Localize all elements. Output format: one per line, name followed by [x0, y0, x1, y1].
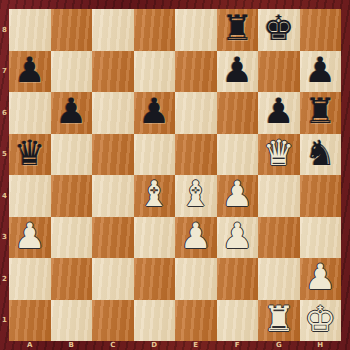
- file-label-f: F: [217, 340, 259, 350]
- square-d5[interactable]: [134, 134, 176, 176]
- square-g1[interactable]: ♜: [258, 300, 300, 342]
- square-c4[interactable]: [92, 175, 134, 217]
- square-d3[interactable]: [134, 217, 176, 259]
- square-a2[interactable]: [9, 258, 51, 300]
- square-h2[interactable]: ♟: [300, 258, 342, 300]
- square-a5[interactable]: ♛: [9, 134, 51, 176]
- square-h8[interactable]: [300, 9, 342, 51]
- square-a4[interactable]: [9, 175, 51, 217]
- square-h5[interactable]: ♞: [300, 134, 342, 176]
- square-d8[interactable]: [134, 9, 176, 51]
- rank-label-7: 7: [0, 51, 9, 93]
- square-a6[interactable]: [9, 92, 51, 134]
- file-label-h: H: [300, 340, 342, 350]
- square-d7[interactable]: [134, 51, 176, 93]
- square-h6[interactable]: ♜: [300, 92, 342, 134]
- square-h1[interactable]: ♚: [300, 300, 342, 342]
- black-queen[interactable]: ♛: [14, 136, 45, 171]
- square-f6[interactable]: [217, 92, 259, 134]
- square-e6[interactable]: [175, 92, 217, 134]
- square-g7[interactable]: [258, 51, 300, 93]
- square-c1[interactable]: [92, 300, 134, 342]
- square-g6[interactable]: ♟: [258, 92, 300, 134]
- chess-board: ♜♚♟♟♟♟♟♟♜♛♛♞♝♝♟♟♟♟♟♜♚: [9, 9, 341, 341]
- black-knight[interactable]: ♞: [305, 136, 336, 171]
- rank-label-5: 5: [0, 134, 9, 176]
- file-label-g: G: [258, 340, 300, 350]
- square-a1[interactable]: [9, 300, 51, 342]
- square-f2[interactable]: [217, 258, 259, 300]
- rank-label-8: 8: [0, 9, 9, 51]
- square-b1[interactable]: [51, 300, 93, 342]
- square-b2[interactable]: [51, 258, 93, 300]
- white-rook[interactable]: ♜: [263, 302, 294, 337]
- square-g2[interactable]: [258, 258, 300, 300]
- square-h3[interactable]: [300, 217, 342, 259]
- square-e5[interactable]: [175, 134, 217, 176]
- square-h7[interactable]: ♟: [300, 51, 342, 93]
- square-e8[interactable]: [175, 9, 217, 51]
- square-h4[interactable]: [300, 175, 342, 217]
- black-pawn[interactable]: ♟: [222, 53, 253, 88]
- file-label-a: A: [9, 340, 51, 350]
- square-b8[interactable]: [51, 9, 93, 51]
- white-pawn[interactable]: ♟: [14, 219, 45, 254]
- square-f7[interactable]: ♟: [217, 51, 259, 93]
- rank-label-3: 3: [0, 217, 9, 259]
- rank-label-4: 4: [0, 175, 9, 217]
- black-pawn[interactable]: ♟: [139, 94, 170, 129]
- black-rook[interactable]: ♜: [222, 11, 253, 46]
- file-label-e: E: [175, 340, 217, 350]
- square-f3[interactable]: ♟: [217, 217, 259, 259]
- rank-label-2: 2: [0, 258, 9, 300]
- square-f5[interactable]: [217, 134, 259, 176]
- square-d6[interactable]: ♟: [134, 92, 176, 134]
- white-pawn[interactable]: ♟: [222, 177, 253, 212]
- black-pawn[interactable]: ♟: [305, 53, 336, 88]
- square-f1[interactable]: [217, 300, 259, 342]
- square-d2[interactable]: [134, 258, 176, 300]
- square-c5[interactable]: [92, 134, 134, 176]
- white-king[interactable]: ♚: [305, 302, 336, 337]
- square-g3[interactable]: [258, 217, 300, 259]
- square-e3[interactable]: ♟: [175, 217, 217, 259]
- square-f8[interactable]: ♜: [217, 9, 259, 51]
- square-g4[interactable]: [258, 175, 300, 217]
- square-c7[interactable]: [92, 51, 134, 93]
- black-rook[interactable]: ♜: [305, 94, 336, 129]
- square-e4[interactable]: ♝: [175, 175, 217, 217]
- square-c2[interactable]: [92, 258, 134, 300]
- square-b7[interactable]: [51, 51, 93, 93]
- square-d4[interactable]: ♝: [134, 175, 176, 217]
- square-g8[interactable]: ♚: [258, 9, 300, 51]
- square-c6[interactable]: [92, 92, 134, 134]
- file-label-d: D: [134, 340, 176, 350]
- square-e1[interactable]: [175, 300, 217, 342]
- white-queen[interactable]: ♛: [263, 136, 294, 171]
- square-b5[interactable]: [51, 134, 93, 176]
- square-a7[interactable]: ♟: [9, 51, 51, 93]
- black-pawn[interactable]: ♟: [14, 53, 45, 88]
- square-a3[interactable]: ♟: [9, 217, 51, 259]
- square-f4[interactable]: ♟: [217, 175, 259, 217]
- black-king[interactable]: ♚: [263, 11, 294, 46]
- white-bishop[interactable]: ♝: [180, 177, 211, 212]
- square-b6[interactable]: ♟: [51, 92, 93, 134]
- square-b3[interactable]: [51, 217, 93, 259]
- square-e2[interactable]: [175, 258, 217, 300]
- square-d1[interactable]: [134, 300, 176, 342]
- rank-labels: 87654321: [0, 9, 9, 341]
- square-e7[interactable]: [175, 51, 217, 93]
- file-label-b: B: [51, 340, 93, 350]
- square-a8[interactable]: [9, 9, 51, 51]
- square-c8[interactable]: [92, 9, 134, 51]
- square-c3[interactable]: [92, 217, 134, 259]
- white-pawn[interactable]: ♟: [180, 219, 211, 254]
- file-label-c: C: [92, 340, 134, 350]
- white-pawn[interactable]: ♟: [222, 219, 253, 254]
- square-b4[interactable]: [51, 175, 93, 217]
- rank-label-6: 6: [0, 92, 9, 134]
- black-pawn[interactable]: ♟: [56, 94, 87, 129]
- square-g5[interactable]: ♛: [258, 134, 300, 176]
- rank-label-1: 1: [0, 300, 9, 342]
- black-pawn[interactable]: ♟: [263, 94, 294, 129]
- white-bishop[interactable]: ♝: [139, 177, 170, 212]
- file-labels: ABCDEFGH: [9, 340, 341, 350]
- chess-board-frame: 87654321 ♜♚♟♟♟♟♟♟♜♛♛♞♝♝♟♟♟♟♟♜♚ ABCDEFGH: [0, 0, 350, 350]
- white-pawn[interactable]: ♟: [305, 260, 336, 295]
